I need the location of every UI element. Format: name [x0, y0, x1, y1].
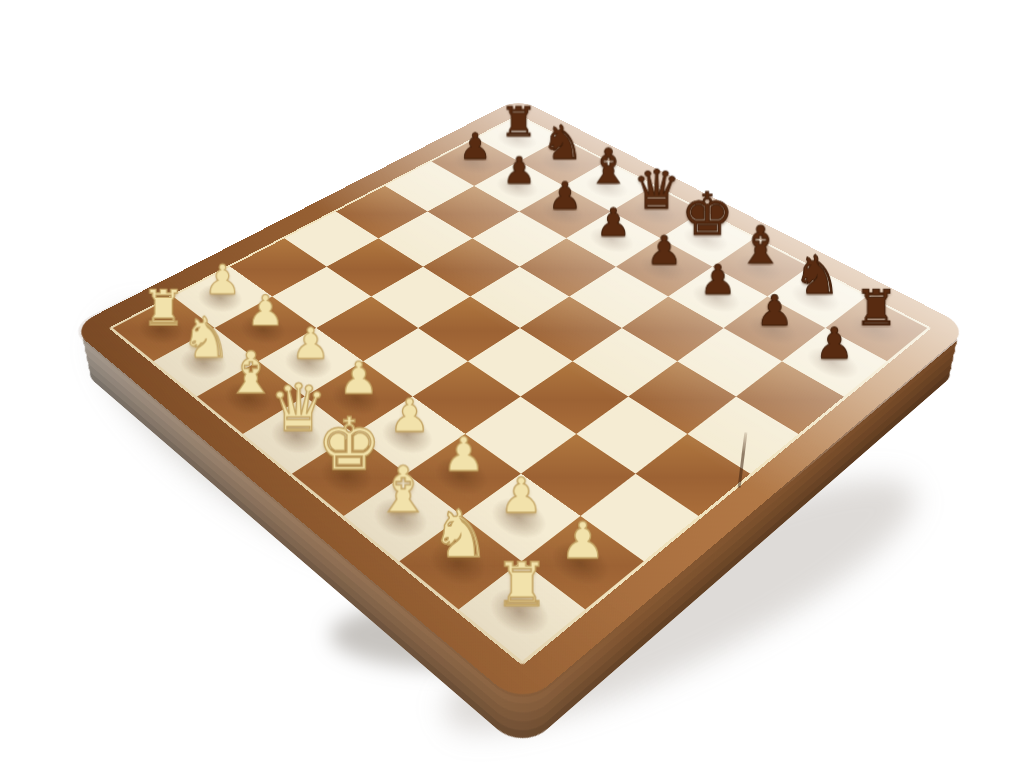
- piece-white-rook-h1[interactable]: ♜: [495, 555, 550, 616]
- board-inner-border: ♜♞♝♛♚♝♞♜♟♟♟♟♟♟♟♟♟♟♟♟♟♟♟♟♜♞♝♛♚♝♞♜: [108, 114, 931, 665]
- chess-board: ♜♞♝♛♚♝♞♜♟♟♟♟♟♟♟♟♟♟♟♟♟♟♟♟♜♞♝♛♚♝♞♜: [70, 98, 969, 707]
- piece-white-king-e1[interactable]: ♚: [317, 409, 382, 481]
- piece-white-pawn-a2[interactable]: ♟: [204, 260, 241, 301]
- piece-black-knight-b8[interactable]: ♞: [541, 119, 583, 166]
- piece-white-bishop-f1[interactable]: ♝: [374, 459, 431, 523]
- piece-black-pawn-b7[interactable]: ♟: [502, 153, 535, 190]
- piece-black-pawn-a7[interactable]: ♟: [459, 129, 491, 165]
- board-frame: ♜♞♝♛♚♝♞♜♟♟♟♟♟♟♟♟♟♟♟♟♟♟♟♟♜♞♝♛♚♝♞♜: [70, 98, 969, 707]
- photo-stage: ♜♞♝♛♚♝♞♜♟♟♟♟♟♟♟♟♟♟♟♟♟♟♟♟♜♞♝♛♚♝♞♜: [0, 0, 1024, 764]
- piece-black-queen-d8[interactable]: ♛: [632, 163, 680, 217]
- piece-black-bishop-c8[interactable]: ♝: [587, 142, 630, 190]
- piece-white-pawn-b2[interactable]: ♟: [247, 290, 285, 332]
- piece-black-bishop-f8[interactable]: ♝: [737, 220, 784, 272]
- piece-black-king-e8[interactable]: ♚: [681, 185, 734, 244]
- piece-black-knight-g8[interactable]: ♞: [793, 248, 841, 302]
- piece-white-pawn-h2[interactable]: ♟: [560, 516, 605, 566]
- perspective-scene: ♜♞♝♛♚♝♞♜♟♟♟♟♟♟♟♟♟♟♟♟♟♟♟♟♜♞♝♛♚♝♞♜: [0, 0, 1024, 764]
- square-h1[interactable]: ♜: [459, 561, 585, 661]
- board-grid: ♜♞♝♛♚♝♞♜♟♟♟♟♟♟♟♟♟♟♟♟♟♟♟♟♜♞♝♛♚♝♞♜: [113, 116, 928, 661]
- piece-white-pawn-e2[interactable]: ♟: [389, 393, 430, 439]
- piece-white-pawn-g2[interactable]: ♟: [499, 472, 543, 521]
- piece-black-pawn-d7[interactable]: ♟: [596, 203, 631, 242]
- piece-black-pawn-g7[interactable]: ♟: [756, 290, 794, 332]
- square-d3[interactable]: [363, 328, 468, 397]
- piece-black-pawn-e7[interactable]: ♟: [646, 231, 682, 271]
- square-f6[interactable]: [622, 297, 724, 362]
- piece-white-knight-g1[interactable]: ♞: [431, 502, 490, 568]
- piece-black-pawn-c7[interactable]: ♟: [548, 177, 582, 215]
- piece-white-rook-a1[interactable]: ♜: [142, 284, 186, 333]
- piece-white-pawn-f2[interactable]: ♟: [443, 431, 485, 478]
- piece-white-pawn-c2[interactable]: ♟: [291, 322, 330, 365]
- piece-white-knight-b1[interactable]: ♞: [181, 310, 232, 367]
- piece-black-pawn-f7[interactable]: ♟: [700, 260, 737, 301]
- piece-black-pawn-h7[interactable]: ♟: [815, 322, 854, 365]
- piece-black-rook-a8[interactable]: ♜: [500, 101, 537, 142]
- piece-white-pawn-d2[interactable]: ♟: [339, 357, 379, 401]
- piece-black-rook-h8[interactable]: ♜: [854, 284, 898, 333]
